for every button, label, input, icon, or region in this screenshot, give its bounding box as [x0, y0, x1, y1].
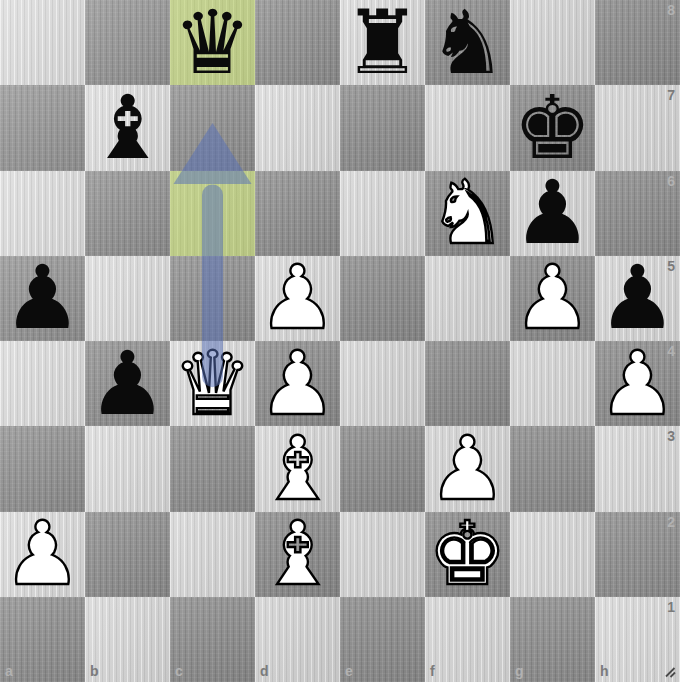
rank-label-1: 1	[667, 599, 675, 615]
black-knight[interactable]: ♞	[425, 0, 510, 85]
square-g2[interactable]	[510, 512, 595, 597]
white-pawn[interactable]: ♟	[595, 341, 680, 426]
square-e3[interactable]	[340, 426, 425, 511]
square-g4[interactable]	[510, 341, 595, 426]
square-b3[interactable]	[85, 426, 170, 511]
square-f8[interactable]: ♞	[425, 0, 510, 85]
square-d4[interactable]: ♟	[255, 341, 340, 426]
white-pawn[interactable]: ♟	[425, 426, 510, 511]
square-d6[interactable]	[255, 171, 340, 256]
square-c1[interactable]: c	[170, 597, 255, 682]
square-c8[interactable]: ♛	[170, 0, 255, 85]
rank-label-7: 7	[667, 87, 675, 103]
rank-label-6: 6	[667, 173, 675, 189]
square-c2[interactable]	[170, 512, 255, 597]
square-a4[interactable]	[0, 341, 85, 426]
square-e5[interactable]	[340, 256, 425, 341]
file-label-e: e	[345, 663, 353, 679]
chess-board-wrapper: ♛♜♞8♝♚7♞♟6♟♟♟♟5♟♛♟♟4♝♟3♟♝♚2abcdefgh1	[0, 0, 680, 682]
black-pawn[interactable]: ♟	[85, 341, 170, 426]
square-g8[interactable]	[510, 0, 595, 85]
square-d8[interactable]	[255, 0, 340, 85]
square-a6[interactable]	[0, 171, 85, 256]
white-pawn[interactable]: ♟	[0, 512, 85, 597]
file-label-f: f	[430, 663, 435, 679]
square-g5[interactable]: ♟	[510, 256, 595, 341]
white-king[interactable]: ♚	[425, 512, 510, 597]
square-b7[interactable]: ♝	[85, 85, 170, 170]
square-e8[interactable]: ♜	[340, 0, 425, 85]
square-h4[interactable]: ♟4	[595, 341, 680, 426]
file-label-g: g	[515, 663, 524, 679]
square-d7[interactable]	[255, 85, 340, 170]
square-h2[interactable]: 2	[595, 512, 680, 597]
file-label-h: h	[600, 663, 609, 679]
square-b2[interactable]	[85, 512, 170, 597]
square-e7[interactable]	[340, 85, 425, 170]
square-f6[interactable]: ♞	[425, 171, 510, 256]
square-h8[interactable]: 8	[595, 0, 680, 85]
white-pawn[interactable]: ♟	[510, 256, 595, 341]
square-d5[interactable]: ♟	[255, 256, 340, 341]
square-f4[interactable]	[425, 341, 510, 426]
white-knight[interactable]: ♞	[425, 171, 510, 256]
file-label-c: c	[175, 663, 183, 679]
file-label-b: b	[90, 663, 99, 679]
square-e6[interactable]	[340, 171, 425, 256]
square-e2[interactable]	[340, 512, 425, 597]
black-pawn[interactable]: ♟	[595, 256, 680, 341]
file-label-a: a	[5, 663, 13, 679]
white-bishop[interactable]: ♝	[255, 426, 340, 511]
square-c7[interactable]	[170, 85, 255, 170]
square-c4[interactable]: ♛	[170, 341, 255, 426]
last-move-highlight-c6	[170, 171, 255, 256]
square-b4[interactable]: ♟	[85, 341, 170, 426]
square-f2[interactable]: ♚	[425, 512, 510, 597]
square-g7[interactable]: ♚	[510, 85, 595, 170]
square-g1[interactable]: g	[510, 597, 595, 682]
square-a5[interactable]: ♟	[0, 256, 85, 341]
square-f7[interactable]	[425, 85, 510, 170]
white-pawn[interactable]: ♟	[255, 256, 340, 341]
square-d2[interactable]: ♝	[255, 512, 340, 597]
black-queen[interactable]: ♛	[170, 0, 255, 85]
square-d1[interactable]: d	[255, 597, 340, 682]
square-b5[interactable]	[85, 256, 170, 341]
chess-board[interactable]: ♛♜♞8♝♚7♞♟6♟♟♟♟5♟♛♟♟4♝♟3♟♝♚2abcdefgh1	[0, 0, 680, 682]
square-h5[interactable]: ♟5	[595, 256, 680, 341]
square-a1[interactable]: a	[0, 597, 85, 682]
square-h3[interactable]: 3	[595, 426, 680, 511]
rank-label-2: 2	[667, 514, 675, 530]
square-b1[interactable]: b	[85, 597, 170, 682]
square-c6[interactable]	[170, 171, 255, 256]
square-a2[interactable]: ♟	[0, 512, 85, 597]
square-c3[interactable]	[170, 426, 255, 511]
black-rook[interactable]: ♜	[340, 0, 425, 85]
white-queen[interactable]: ♛	[170, 341, 255, 426]
square-a8[interactable]	[0, 0, 85, 85]
square-e1[interactable]: e	[340, 597, 425, 682]
black-king[interactable]: ♚	[510, 85, 595, 170]
square-h7[interactable]: 7	[595, 85, 680, 170]
square-g3[interactable]	[510, 426, 595, 511]
black-bishop[interactable]: ♝	[85, 85, 170, 170]
white-pawn[interactable]: ♟	[255, 341, 340, 426]
rank-label-8: 8	[667, 2, 675, 18]
square-b8[interactable]	[85, 0, 170, 85]
square-b6[interactable]	[85, 171, 170, 256]
square-f3[interactable]: ♟	[425, 426, 510, 511]
square-d3[interactable]: ♝	[255, 426, 340, 511]
square-f1[interactable]: f	[425, 597, 510, 682]
square-c5[interactable]	[170, 256, 255, 341]
file-label-d: d	[260, 663, 269, 679]
square-g6[interactable]: ♟	[510, 171, 595, 256]
square-a3[interactable]	[0, 426, 85, 511]
square-h6[interactable]: 6	[595, 171, 680, 256]
square-e4[interactable]	[340, 341, 425, 426]
resize-handle-icon[interactable]	[661, 663, 677, 679]
black-pawn[interactable]: ♟	[0, 256, 85, 341]
white-bishop[interactable]: ♝	[255, 512, 340, 597]
square-a7[interactable]	[0, 85, 85, 170]
black-pawn[interactable]: ♟	[510, 171, 595, 256]
square-f5[interactable]	[425, 256, 510, 341]
